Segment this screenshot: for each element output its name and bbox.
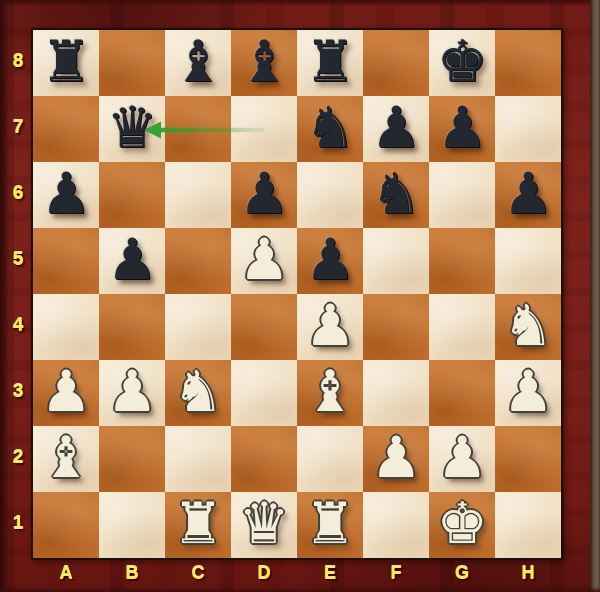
square-f2[interactable]: ♟ xyxy=(363,426,429,492)
square-d3[interactable] xyxy=(231,360,297,426)
square-g6[interactable] xyxy=(429,162,495,228)
square-b5[interactable]: ♟ xyxy=(99,228,165,294)
square-h1[interactable] xyxy=(495,492,561,558)
square-e1[interactable]: ♜ xyxy=(297,492,363,558)
square-f6[interactable]: ♞ xyxy=(363,162,429,228)
square-d5[interactable]: ♟ xyxy=(231,228,297,294)
piece-white-pawn-h3[interactable]: ♟ xyxy=(502,358,553,424)
piece-white-king-g1[interactable]: ♚ xyxy=(436,490,487,556)
file-label-a: A xyxy=(33,560,99,586)
frame-top-dark-edge xyxy=(0,0,600,6)
piece-white-pawn-g2[interactable]: ♟ xyxy=(436,424,487,490)
square-d1[interactable]: ♛ xyxy=(231,492,297,558)
chess-app-window: ♜♝♝♜♚♛♞♟♟♟♟♞♟♟♟♟♟♞♟♟♞♝♟♝♟♟♜♛♜♚ 87654321 … xyxy=(0,0,600,592)
square-h5[interactable] xyxy=(495,228,561,294)
piece-white-knight-h4[interactable]: ♞ xyxy=(502,292,553,358)
piece-black-king-g8[interactable]: ♚ xyxy=(436,28,487,94)
square-e2[interactable] xyxy=(297,426,363,492)
file-label-g: G xyxy=(429,560,495,586)
square-e5[interactable]: ♟ xyxy=(297,228,363,294)
square-f1[interactable] xyxy=(363,492,429,558)
piece-black-bishop-c8[interactable]: ♝ xyxy=(172,28,223,94)
square-b2[interactable] xyxy=(99,426,165,492)
square-a3[interactable]: ♟ xyxy=(33,360,99,426)
chess-board: ♜♝♝♜♚♛♞♟♟♟♟♞♟♟♟♟♟♞♟♟♞♝♟♝♟♟♜♛♜♚ xyxy=(31,28,563,560)
square-c3[interactable]: ♞ xyxy=(165,360,231,426)
piece-white-rook-e1[interactable]: ♜ xyxy=(304,490,355,556)
square-f7[interactable]: ♟ xyxy=(363,96,429,162)
square-g3[interactable] xyxy=(429,360,495,426)
piece-white-knight-c3[interactable]: ♞ xyxy=(172,358,223,424)
square-e4[interactable]: ♟ xyxy=(297,294,363,360)
square-h2[interactable] xyxy=(495,426,561,492)
square-f4[interactable] xyxy=(363,294,429,360)
square-c7[interactable] xyxy=(165,96,231,162)
square-f5[interactable] xyxy=(363,228,429,294)
square-f8[interactable] xyxy=(363,30,429,96)
square-b7[interactable]: ♛ xyxy=(99,96,165,162)
frame-outer-right-strip xyxy=(590,0,600,592)
file-label-e: E xyxy=(297,560,363,586)
piece-black-pawn-f7[interactable]: ♟ xyxy=(370,94,421,160)
piece-white-bishop-e3[interactable]: ♝ xyxy=(304,358,355,424)
piece-black-pawn-e5[interactable]: ♟ xyxy=(304,226,355,292)
square-g4[interactable] xyxy=(429,294,495,360)
board-grid: ♜♝♝♜♚♛♞♟♟♟♟♞♟♟♟♟♟♞♟♟♞♝♟♝♟♟♜♛♜♚ xyxy=(33,30,561,558)
piece-black-pawn-b5[interactable]: ♟ xyxy=(106,226,157,292)
square-g1[interactable]: ♚ xyxy=(429,492,495,558)
square-g2[interactable]: ♟ xyxy=(429,426,495,492)
piece-black-pawn-g7[interactable]: ♟ xyxy=(436,94,487,160)
square-b4[interactable] xyxy=(99,294,165,360)
square-e3[interactable]: ♝ xyxy=(297,360,363,426)
square-e6[interactable] xyxy=(297,162,363,228)
piece-black-rook-e8[interactable]: ♜ xyxy=(304,28,355,94)
rank-label-7: 7 xyxy=(6,94,30,160)
square-h3[interactable]: ♟ xyxy=(495,360,561,426)
square-a5[interactable] xyxy=(33,228,99,294)
square-b8[interactable] xyxy=(99,30,165,96)
square-h7[interactable] xyxy=(495,96,561,162)
rank-label-1: 1 xyxy=(6,490,30,556)
square-h4[interactable]: ♞ xyxy=(495,294,561,360)
rank-label-6: 6 xyxy=(6,160,30,226)
square-a6[interactable]: ♟ xyxy=(33,162,99,228)
square-c4[interactable] xyxy=(165,294,231,360)
piece-black-pawn-h6[interactable]: ♟ xyxy=(502,160,553,226)
file-label-f: F xyxy=(363,560,429,586)
square-d4[interactable] xyxy=(231,294,297,360)
square-e7[interactable]: ♞ xyxy=(297,96,363,162)
square-b6[interactable] xyxy=(99,162,165,228)
rank-label-5: 5 xyxy=(6,226,30,292)
square-d7[interactable] xyxy=(231,96,297,162)
piece-black-knight-f6[interactable]: ♞ xyxy=(370,160,421,226)
square-g8[interactable]: ♚ xyxy=(429,30,495,96)
square-c8[interactable]: ♝ xyxy=(165,30,231,96)
square-h6[interactable]: ♟ xyxy=(495,162,561,228)
square-a1[interactable] xyxy=(33,492,99,558)
square-g7[interactable]: ♟ xyxy=(429,96,495,162)
file-label-d: D xyxy=(231,560,297,586)
file-label-h: H xyxy=(495,560,561,586)
square-a7[interactable] xyxy=(33,96,99,162)
square-f3[interactable] xyxy=(363,360,429,426)
frame-bottom-dark-edge xyxy=(0,587,600,592)
piece-white-bishop-a2[interactable]: ♝ xyxy=(40,424,91,490)
square-c5[interactable] xyxy=(165,228,231,294)
square-d2[interactable] xyxy=(231,426,297,492)
square-b1[interactable] xyxy=(99,492,165,558)
rank-label-3: 3 xyxy=(6,358,30,424)
square-g5[interactable] xyxy=(429,228,495,294)
piece-black-pawn-a6[interactable]: ♟ xyxy=(40,160,91,226)
rank-label-2: 2 xyxy=(6,424,30,490)
square-b3[interactable]: ♟ xyxy=(99,360,165,426)
piece-white-pawn-f2[interactable]: ♟ xyxy=(370,424,421,490)
square-c2[interactable] xyxy=(165,426,231,492)
square-a4[interactable] xyxy=(33,294,99,360)
piece-white-rook-c1[interactable]: ♜ xyxy=(172,490,223,556)
piece-black-knight-e7[interactable]: ♞ xyxy=(304,94,355,160)
square-c1[interactable]: ♜ xyxy=(165,492,231,558)
piece-white-pawn-d5[interactable]: ♟ xyxy=(238,226,289,292)
square-a2[interactable]: ♝ xyxy=(33,426,99,492)
file-label-b: B xyxy=(99,560,165,586)
piece-white-queen-d1[interactable]: ♛ xyxy=(238,490,289,556)
piece-black-pawn-d6[interactable]: ♟ xyxy=(238,160,289,226)
piece-black-queen-b7[interactable]: ♛ xyxy=(106,94,157,160)
piece-black-rook-a8[interactable]: ♜ xyxy=(40,28,91,94)
piece-white-pawn-e4[interactable]: ♟ xyxy=(304,292,355,358)
piece-white-pawn-b3[interactable]: ♟ xyxy=(106,358,157,424)
piece-black-bishop-d8[interactable]: ♝ xyxy=(238,28,289,94)
rank-label-4: 4 xyxy=(6,292,30,358)
square-d8[interactable]: ♝ xyxy=(231,30,297,96)
square-h8[interactable] xyxy=(495,30,561,96)
square-e8[interactable]: ♜ xyxy=(297,30,363,96)
square-c6[interactable] xyxy=(165,162,231,228)
square-a8[interactable]: ♜ xyxy=(33,30,99,96)
file-label-c: C xyxy=(165,560,231,586)
piece-white-pawn-a3[interactable]: ♟ xyxy=(40,358,91,424)
square-d6[interactable]: ♟ xyxy=(231,162,297,228)
rank-label-8: 8 xyxy=(6,28,30,94)
